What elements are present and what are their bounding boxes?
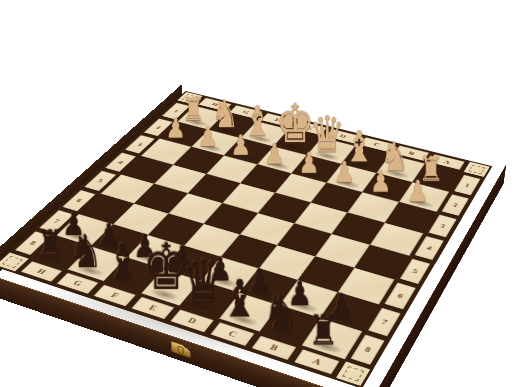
product-photo: HGFEDCBA1♜♞♝♚♛♝♞♜12♟♟♟♟♟♟♟♟2334455667♟♟♟… — [0, 0, 520, 387]
near-file-label-g: G — [51, 270, 103, 298]
corner-stitch-pattern — [0, 252, 29, 271]
rank-label: 1 — [454, 175, 481, 196]
piece-shadow — [164, 134, 193, 145]
chess-board: HGFEDCBA1♜♞♝♚♛♝♞♜12♟♟♟♟♟♟♟♟2334455667♟♟♟… — [0, 91, 492, 387]
file-label: C — [210, 322, 254, 346]
rank-label: 4 — [414, 236, 444, 260]
rank-label: 6 — [384, 283, 416, 310]
file-label: D — [326, 129, 361, 144]
rank-label: 7 — [368, 308, 401, 337]
file-label: B — [252, 336, 297, 361]
rank-label: 5 — [400, 259, 431, 285]
chess-board-box: HGFEDCBA1♜♞♝♚♛♝♞♜12♟♟♟♟♟♟♟♟2334455667♟♟♟… — [0, 84, 507, 387]
piece-shadow — [368, 187, 400, 200]
perspective-scene: HGFEDCBA1♜♞♝♚♛♝♞♜12♟♟♟♟♟♟♟♟2334455667♟♟♟… — [0, 0, 520, 387]
corner-inlay-tile — [333, 359, 374, 387]
brass-clasp-icon — [170, 340, 191, 358]
file-label: G — [57, 273, 99, 294]
square-a2: ♟ — [399, 182, 449, 212]
rank-label: 3 — [428, 215, 457, 238]
corner-stitch-pattern — [464, 162, 490, 177]
rank-label: 2 — [441, 194, 469, 216]
file-label: F — [93, 285, 136, 307]
piece-shadow — [326, 310, 363, 328]
piece-shadow — [96, 240, 129, 255]
brass-hinge-icon — [0, 280, 1, 293]
corner-stitch-pattern — [336, 362, 370, 387]
